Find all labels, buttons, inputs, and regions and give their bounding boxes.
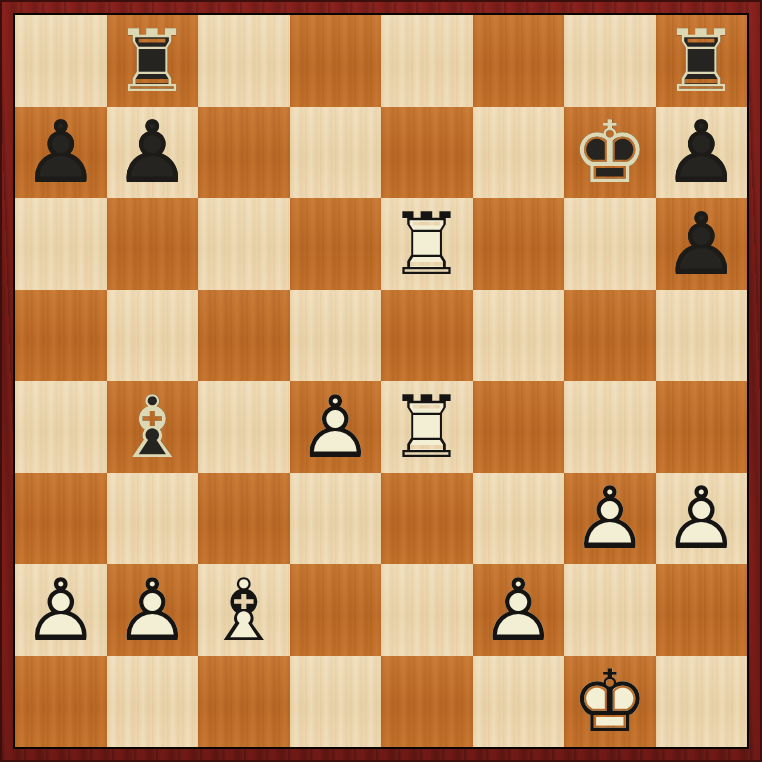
square-e1[interactable] [381,656,473,748]
square-d4[interactable]: ♟♙ [290,381,382,473]
white-rook-glyph-outline: ♖ [381,198,473,290]
square-b4[interactable]: ♝♗ [107,381,199,473]
board-border-line: ♜♖♜♖♟♙♟♙♚♔♟♙♜♖♟♙♝♗♟♙♜♖♟♙♟♙♟♙♟♙♝♗♟♙♚♔ [13,13,749,749]
black-rook-glyph-outline: ♖ [656,15,748,107]
black-pawn-icon[interactable]: ♟♙ [15,107,107,199]
square-h6[interactable]: ♟♙ [656,198,748,290]
square-f7[interactable] [473,107,565,199]
square-e7[interactable] [381,107,473,199]
black-rook-icon[interactable]: ♜♖ [107,15,199,107]
board-frame: ♜♖♜♖♟♙♟♙♚♔♟♙♜♖♟♙♝♗♟♙♜♖♟♙♟♙♟♙♟♙♝♗♟♙♚♔ [0,0,762,762]
square-b7[interactable]: ♟♙ [107,107,199,199]
black-king-glyph-outline: ♔ [564,107,656,199]
square-h1[interactable] [656,656,748,748]
square-h8[interactable]: ♜♖ [656,15,748,107]
white-rook-glyph-outline: ♖ [381,381,473,473]
square-a1[interactable] [15,656,107,748]
square-e2[interactable] [381,564,473,656]
square-d8[interactable] [290,15,382,107]
square-d6[interactable] [290,198,382,290]
white-rook-icon[interactable]: ♜♖ [381,381,473,473]
square-h4[interactable] [656,381,748,473]
white-pawn-icon[interactable]: ♟♙ [290,381,382,473]
black-pawn-glyph-outline: ♙ [107,107,199,199]
white-pawn-icon[interactable]: ♟♙ [656,473,748,565]
square-d3[interactable] [290,473,382,565]
black-king-icon[interactable]: ♚♔ [564,107,656,199]
black-bishop-glyph-outline: ♗ [107,381,199,473]
square-h3[interactable]: ♟♙ [656,473,748,565]
white-pawn-glyph-outline: ♙ [15,564,107,656]
square-e3[interactable] [381,473,473,565]
square-f3[interactable] [473,473,565,565]
square-g4[interactable] [564,381,656,473]
square-a5[interactable] [15,290,107,382]
square-e5[interactable] [381,290,473,382]
square-c3[interactable] [198,473,290,565]
square-h7[interactable]: ♟♙ [656,107,748,199]
square-g2[interactable] [564,564,656,656]
square-f1[interactable] [473,656,565,748]
white-pawn-icon[interactable]: ♟♙ [564,473,656,565]
square-c5[interactable] [198,290,290,382]
white-pawn-glyph-outline: ♙ [656,473,748,565]
square-e4[interactable]: ♜♖ [381,381,473,473]
square-c7[interactable] [198,107,290,199]
black-pawn-icon[interactable]: ♟♙ [107,107,199,199]
square-c2[interactable]: ♝♗ [198,564,290,656]
black-pawn-glyph-outline: ♙ [656,107,748,199]
square-d1[interactable] [290,656,382,748]
square-h5[interactable] [656,290,748,382]
black-pawn-icon[interactable]: ♟♙ [656,198,748,290]
square-g7[interactable]: ♚♔ [564,107,656,199]
black-pawn-glyph-outline: ♙ [656,198,748,290]
white-bishop-glyph-outline: ♗ [198,564,290,656]
square-b6[interactable] [107,198,199,290]
white-rook-icon[interactable]: ♜♖ [381,198,473,290]
white-bishop-icon[interactable]: ♝♗ [198,564,290,656]
black-rook-icon[interactable]: ♜♖ [656,15,748,107]
square-g3[interactable]: ♟♙ [564,473,656,565]
square-c4[interactable] [198,381,290,473]
square-d7[interactable] [290,107,382,199]
black-rook-glyph-outline: ♖ [107,15,199,107]
square-b5[interactable] [107,290,199,382]
chess-board: ♜♖♜♖♟♙♟♙♚♔♟♙♜♖♟♙♝♗♟♙♜♖♟♙♟♙♟♙♟♙♝♗♟♙♚♔ [15,15,747,747]
square-g8[interactable] [564,15,656,107]
square-d2[interactable] [290,564,382,656]
square-a4[interactable] [15,381,107,473]
square-b2[interactable]: ♟♙ [107,564,199,656]
white-pawn-icon[interactable]: ♟♙ [15,564,107,656]
square-b8[interactable]: ♜♖ [107,15,199,107]
white-pawn-glyph-outline: ♙ [107,564,199,656]
square-f2[interactable]: ♟♙ [473,564,565,656]
square-b1[interactable] [107,656,199,748]
square-f5[interactable] [473,290,565,382]
square-f6[interactable] [473,198,565,290]
square-a3[interactable] [15,473,107,565]
square-a2[interactable]: ♟♙ [15,564,107,656]
square-c6[interactable] [198,198,290,290]
square-a8[interactable] [15,15,107,107]
white-pawn-glyph-outline: ♙ [473,564,565,656]
square-f8[interactable] [473,15,565,107]
black-pawn-icon[interactable]: ♟♙ [656,107,748,199]
square-e8[interactable] [381,15,473,107]
square-e6[interactable]: ♜♖ [381,198,473,290]
square-c1[interactable] [198,656,290,748]
square-a6[interactable] [15,198,107,290]
black-bishop-icon[interactable]: ♝♗ [107,381,199,473]
white-pawn-glyph-outline: ♙ [290,381,382,473]
white-pawn-icon[interactable]: ♟♙ [107,564,199,656]
square-h2[interactable] [656,564,748,656]
square-f4[interactable] [473,381,565,473]
white-pawn-icon[interactable]: ♟♙ [473,564,565,656]
square-c8[interactable] [198,15,290,107]
white-king-glyph-outline: ♔ [564,656,656,748]
square-a7[interactable]: ♟♙ [15,107,107,199]
square-g5[interactable] [564,290,656,382]
black-pawn-glyph-outline: ♙ [15,107,107,199]
square-b3[interactable] [107,473,199,565]
square-d5[interactable] [290,290,382,382]
square-g1[interactable]: ♚♔ [564,656,656,748]
white-pawn-glyph-outline: ♙ [564,473,656,565]
square-g6[interactable] [564,198,656,290]
white-king-icon[interactable]: ♚♔ [564,656,656,748]
